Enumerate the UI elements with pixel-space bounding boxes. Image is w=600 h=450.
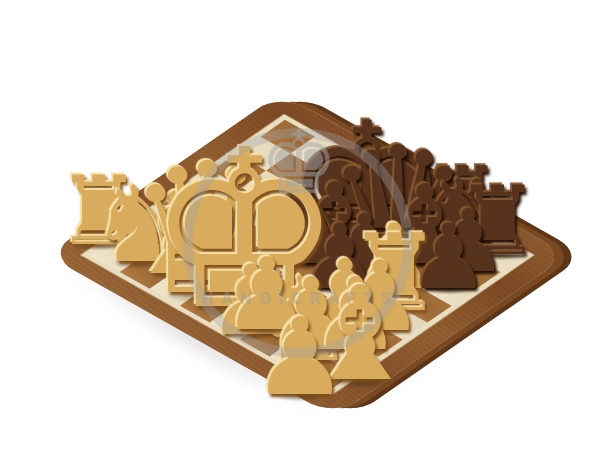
chess-board [90,120,525,390]
board-grid [90,120,525,390]
chess-set-product-photo: ♜♞♝♛♚♟♟♟♝♟♟♞♟♟♜♟♞♝♚♛♝♞♜♜♟♟♟♟♟♟♟♟ ♚ HANDI… [0,0,600,450]
